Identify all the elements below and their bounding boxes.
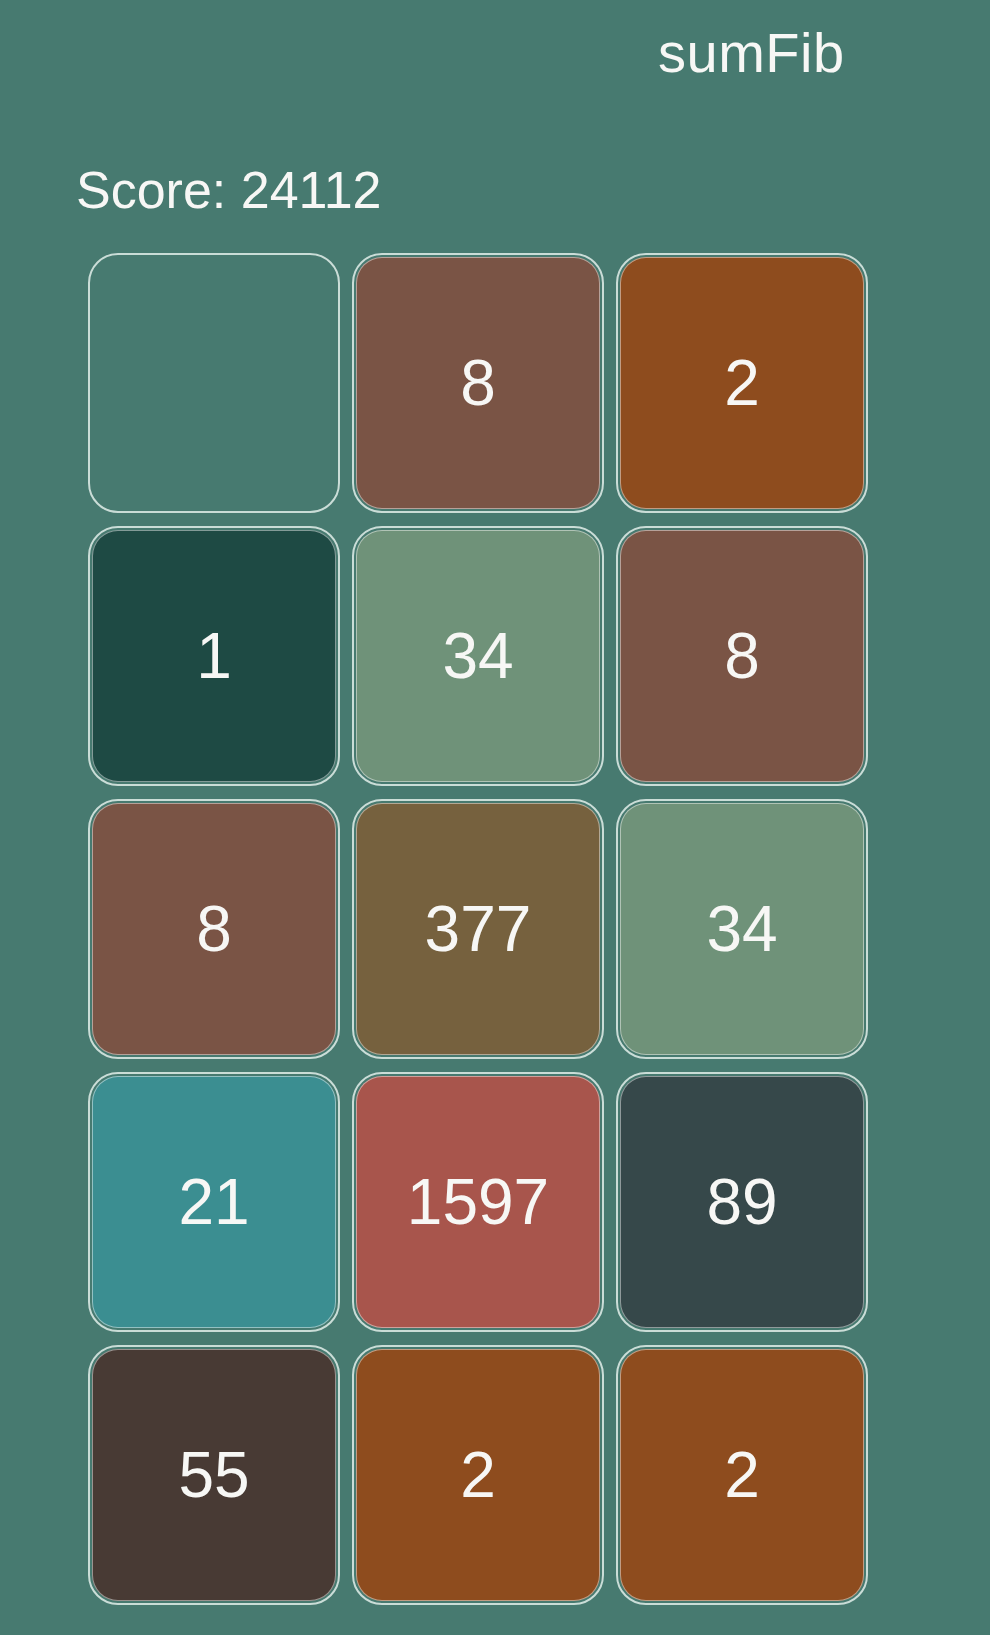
tile-8[interactable]: 8 [620, 530, 864, 782]
sumfib-app: sumFib Score: 24112 82134883773421159789… [0, 0, 990, 1635]
tile-value: 1 [196, 624, 232, 688]
tile-2[interactable]: 2 [356, 1349, 600, 1601]
board-cell-empty [88, 253, 340, 513]
board-cell: 89 [616, 1072, 868, 1332]
tile-1597[interactable]: 1597 [356, 1076, 600, 1328]
board-cell: 1597 [352, 1072, 604, 1332]
tile-value: 1597 [407, 1170, 549, 1234]
board-cell: 55 [88, 1345, 340, 1605]
tile-2[interactable]: 2 [620, 1349, 864, 1601]
game-board[interactable]: 821348837734211597895522 [88, 253, 868, 1605]
tile-value: 34 [706, 897, 777, 961]
tile-55[interactable]: 55 [92, 1349, 336, 1601]
app-title: sumFib [658, 20, 845, 85]
board-cell: 377 [352, 799, 604, 1059]
tile-8[interactable]: 8 [356, 257, 600, 509]
board-cell: 21 [88, 1072, 340, 1332]
tile-1[interactable]: 1 [92, 530, 336, 782]
tile-value: 377 [425, 897, 532, 961]
board-cell: 34 [616, 799, 868, 1059]
board-cell: 2 [616, 253, 868, 513]
tile-value: 2 [724, 351, 760, 415]
tile-34[interactable]: 34 [356, 530, 600, 782]
tile-value: 21 [178, 1170, 249, 1234]
tile-377[interactable]: 377 [356, 803, 600, 1055]
board-cell: 8 [88, 799, 340, 1059]
tile-value: 8 [724, 624, 760, 688]
board-cell: 2 [616, 1345, 868, 1605]
tile-8[interactable]: 8 [92, 803, 336, 1055]
tile-value: 89 [706, 1170, 777, 1234]
score-display: Score: 24112 [76, 160, 381, 220]
board-cell: 8 [616, 526, 868, 786]
tile-value: 55 [178, 1443, 249, 1507]
tile-89[interactable]: 89 [620, 1076, 864, 1328]
board-cell: 8 [352, 253, 604, 513]
tile-value: 2 [724, 1443, 760, 1507]
board-cell: 34 [352, 526, 604, 786]
tile-value: 8 [196, 897, 232, 961]
tile-value: 8 [460, 351, 496, 415]
tile-21[interactable]: 21 [92, 1076, 336, 1328]
tile-value: 2 [460, 1443, 496, 1507]
tile-value: 34 [442, 624, 513, 688]
board-cell: 1 [88, 526, 340, 786]
tile-34[interactable]: 34 [620, 803, 864, 1055]
tile-2[interactable]: 2 [620, 257, 864, 509]
board-cell: 2 [352, 1345, 604, 1605]
